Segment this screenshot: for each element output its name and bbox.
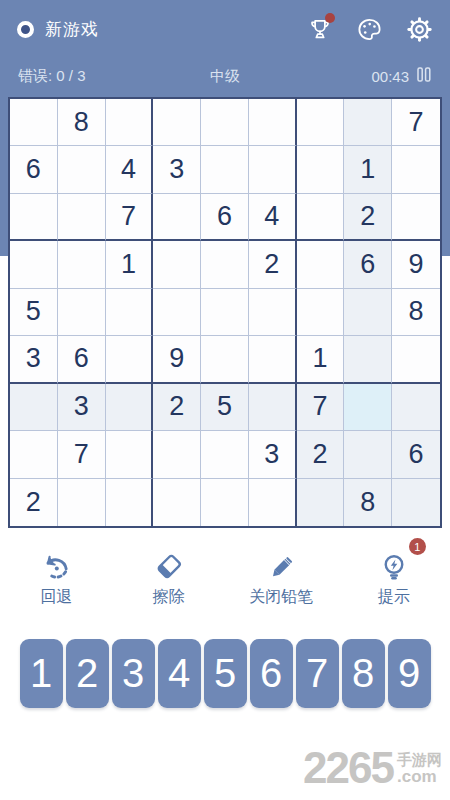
cell-r6c2[interactable]: 6 xyxy=(58,336,106,383)
cell-r4c7[interactable] xyxy=(297,241,345,288)
page-title: 新游戏 xyxy=(45,18,99,41)
bulb-icon: 1 xyxy=(378,548,410,584)
numpad-key-1[interactable]: 1 xyxy=(20,639,63,708)
cell-r9c8[interactable]: 8 xyxy=(344,479,392,526)
cell-r2c7[interactable] xyxy=(297,146,345,193)
header: 新游戏 xyxy=(0,0,450,58)
numpad: 123456789 xyxy=(0,639,450,708)
cell-r9c1[interactable]: 2 xyxy=(10,479,58,526)
palette-icon[interactable] xyxy=(356,14,383,44)
cell-r7c1[interactable] xyxy=(10,384,58,431)
hint-button[interactable]: 1 提示 xyxy=(338,548,450,612)
cell-r9c4[interactable] xyxy=(153,479,201,526)
cell-r7c2[interactable]: 3 xyxy=(58,384,106,431)
errors-counter: 错误: 0 / 3 xyxy=(18,67,156,86)
cell-r7c9[interactable] xyxy=(392,384,440,431)
cell-r6c8[interactable] xyxy=(344,336,392,383)
record-icon xyxy=(17,21,34,38)
pencil-icon xyxy=(265,548,297,584)
cell-r1c5[interactable] xyxy=(201,99,249,146)
cell-r4c6[interactable]: 2 xyxy=(249,241,297,288)
cell-r8c1[interactable] xyxy=(10,431,58,478)
cell-r3c2[interactable] xyxy=(58,194,106,241)
cell-r6c5[interactable] xyxy=(201,336,249,383)
cell-r4c5[interactable] xyxy=(201,241,249,288)
cell-r2c8[interactable]: 1 xyxy=(344,146,392,193)
cell-r7c5[interactable]: 5 xyxy=(201,384,249,431)
cell-r6c9[interactable] xyxy=(392,336,440,383)
pause-icon[interactable] xyxy=(416,66,432,86)
cell-r3c5[interactable]: 6 xyxy=(201,194,249,241)
numpad-key-8[interactable]: 8 xyxy=(342,639,385,708)
cell-r4c1[interactable] xyxy=(10,241,58,288)
new-game-button[interactable]: 新游戏 xyxy=(17,18,99,41)
numpad-key-5[interactable]: 5 xyxy=(204,639,247,708)
cell-r9c6[interactable] xyxy=(249,479,297,526)
cell-r2c9[interactable] xyxy=(392,146,440,193)
cell-r1c3[interactable] xyxy=(106,99,154,146)
cell-r7c8[interactable] xyxy=(344,384,392,431)
hint-badge: 1 xyxy=(409,538,426,555)
watermark-bottom: .com xyxy=(397,768,442,786)
cell-r9c7[interactable] xyxy=(297,479,345,526)
cell-r2c4[interactable]: 3 xyxy=(153,146,201,193)
cell-r3c6[interactable]: 4 xyxy=(249,194,297,241)
cell-r5c9[interactable]: 8 xyxy=(392,289,440,336)
cell-r6c4[interactable]: 9 xyxy=(153,336,201,383)
cell-r1c2[interactable]: 8 xyxy=(58,99,106,146)
numpad-key-2[interactable]: 2 xyxy=(66,639,109,708)
numpad-key-6[interactable]: 6 xyxy=(250,639,293,708)
undo-icon xyxy=(40,548,72,584)
cell-r1c9[interactable]: 7 xyxy=(392,99,440,146)
cell-r1c7[interactable] xyxy=(297,99,345,146)
cell-r9c2[interactable] xyxy=(58,479,106,526)
cell-r8c8[interactable] xyxy=(344,431,392,478)
numpad-key-7[interactable]: 7 xyxy=(296,639,339,708)
erase-button[interactable]: 擦除 xyxy=(113,548,226,612)
cell-r2c1[interactable]: 6 xyxy=(10,146,58,193)
toolbar: 回退 擦除 关闭铅笔 xyxy=(0,548,450,612)
cell-r7c7[interactable]: 7 xyxy=(297,384,345,431)
difficulty-label: 中级 xyxy=(156,67,294,86)
pencil-label: 关闭铅笔 xyxy=(249,587,313,608)
cell-r7c3[interactable] xyxy=(106,384,154,431)
cell-r2c5[interactable] xyxy=(201,146,249,193)
cell-r7c6[interactable] xyxy=(249,384,297,431)
cell-r3c3[interactable]: 7 xyxy=(106,194,154,241)
cell-r5c2[interactable] xyxy=(58,289,106,336)
cell-r6c3[interactable] xyxy=(106,336,154,383)
cell-r3c7[interactable] xyxy=(297,194,345,241)
cell-r9c5[interactable] xyxy=(201,479,249,526)
undo-button[interactable]: 回退 xyxy=(0,548,113,612)
cell-r6c6[interactable] xyxy=(249,336,297,383)
cell-r9c3[interactable] xyxy=(106,479,154,526)
erase-label: 擦除 xyxy=(153,587,185,608)
cell-r2c3[interactable]: 4 xyxy=(106,146,154,193)
cell-r8c6[interactable]: 3 xyxy=(249,431,297,478)
gear-icon[interactable] xyxy=(406,14,433,44)
cell-r8c5[interactable] xyxy=(201,431,249,478)
cell-r4c4[interactable] xyxy=(153,241,201,288)
cell-r3c9[interactable] xyxy=(392,194,440,241)
cell-r8c9[interactable]: 6 xyxy=(392,431,440,478)
sudoku-board: 876431764212695836913257732628 xyxy=(8,97,442,528)
cell-r4c2[interactable] xyxy=(58,241,106,288)
cell-r5c6[interactable] xyxy=(249,289,297,336)
cell-r2c2[interactable] xyxy=(58,146,106,193)
cell-r8c2[interactable]: 7 xyxy=(58,431,106,478)
cell-r8c7[interactable]: 2 xyxy=(297,431,345,478)
eraser-icon xyxy=(153,548,185,584)
cell-r1c8[interactable] xyxy=(344,99,392,146)
numpad-key-3[interactable]: 3 xyxy=(112,639,155,708)
numpad-key-9[interactable]: 9 xyxy=(388,639,431,708)
trophy-icon[interactable] xyxy=(306,14,333,44)
cell-r8c3[interactable] xyxy=(106,431,154,478)
cell-r9c9[interactable] xyxy=(392,479,440,526)
watermark: 2265 手游网 .com xyxy=(303,748,442,788)
cell-r5c1[interactable]: 5 xyxy=(10,289,58,336)
cell-r6c1[interactable]: 3 xyxy=(10,336,58,383)
timer: 00:43 xyxy=(371,68,409,85)
hint-label: 提示 xyxy=(378,587,410,608)
cell-r5c7[interactable] xyxy=(297,289,345,336)
cell-r5c3[interactable] xyxy=(106,289,154,336)
cell-r1c4[interactable] xyxy=(153,99,201,146)
watermark-number: 2265 xyxy=(303,748,393,788)
cell-r6c7[interactable]: 1 xyxy=(297,336,345,383)
numpad-key-4[interactable]: 4 xyxy=(158,639,201,708)
pencil-toggle-button[interactable]: 关闭铅笔 xyxy=(225,548,338,612)
cell-r4c3[interactable]: 1 xyxy=(106,241,154,288)
cell-r7c4[interactable]: 2 xyxy=(153,384,201,431)
cell-r4c8[interactable]: 6 xyxy=(344,241,392,288)
cell-r8c4[interactable] xyxy=(153,431,201,478)
cell-r5c5[interactable] xyxy=(201,289,249,336)
cell-r3c1[interactable] xyxy=(10,194,58,241)
notification-dot xyxy=(325,13,335,23)
cell-r1c6[interactable] xyxy=(249,99,297,146)
cell-r3c8[interactable]: 2 xyxy=(344,194,392,241)
cell-r3c4[interactable] xyxy=(153,194,201,241)
cell-r2c6[interactable] xyxy=(249,146,297,193)
cell-r5c8[interactable] xyxy=(344,289,392,336)
undo-label: 回退 xyxy=(40,587,72,608)
cell-r5c4[interactable] xyxy=(153,289,201,336)
cell-r4c9[interactable]: 9 xyxy=(392,241,440,288)
cell-r1c1[interactable] xyxy=(10,99,58,146)
watermark-top: 手游网 xyxy=(397,751,442,768)
status-bar: 错误: 0 / 3 中级 00:43 xyxy=(0,58,450,94)
